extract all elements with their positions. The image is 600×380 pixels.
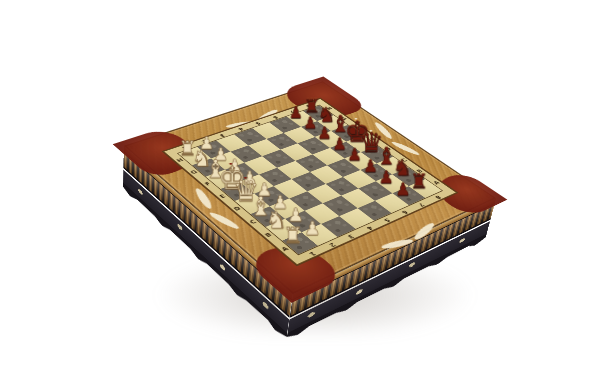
piece-white-rook: ♜ [280, 224, 306, 246]
piece-red-pawn: ♟ [391, 181, 415, 198]
square-e5 [295, 154, 327, 172]
chess-photo-scene: HGFEDCBA HGFEDCBA 87654321 87654321 ♜♞♝♚… [0, 0, 600, 380]
